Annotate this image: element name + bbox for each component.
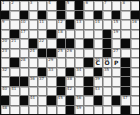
filled-letter: O: [103, 58, 111, 67]
white-cell[interactable]: 8: [121, 1, 129, 10]
clue-number: 17: [21, 30, 26, 34]
white-cell[interactable]: 16: [131, 20, 139, 29]
white-cell[interactable]: [75, 39, 83, 48]
clue-number: 18: [58, 30, 63, 34]
white-cell[interactable]: [131, 58, 139, 67]
black-cell: [94, 11, 102, 20]
white-cell[interactable]: [20, 106, 28, 115]
white-cell[interactable]: [75, 49, 83, 58]
white-cell[interactable]: [103, 11, 111, 20]
black-cell: [121, 87, 129, 96]
black-cell: [10, 58, 18, 67]
white-cell[interactable]: [103, 106, 111, 115]
black-cell: [103, 30, 111, 39]
black-cell: [75, 1, 83, 10]
clue-number: 45: [58, 96, 63, 100]
white-cell[interactable]: [29, 87, 37, 96]
white-cell[interactable]: [131, 87, 139, 96]
black-cell: [121, 77, 129, 86]
black-cell: [57, 39, 65, 48]
white-cell[interactable]: [47, 39, 55, 48]
white-cell[interactable]: 18: [57, 30, 65, 39]
white-cell[interactable]: [103, 77, 111, 86]
clue-number: 27: [113, 49, 118, 53]
white-cell[interactable]: [103, 96, 111, 105]
black-cell: [84, 87, 92, 96]
white-cell[interactable]: [112, 77, 120, 86]
black-cell: [103, 39, 111, 48]
white-cell[interactable]: 27: [112, 49, 120, 58]
clue-number: 14: [95, 20, 100, 24]
clue-number: 6: [85, 1, 88, 5]
white-cell[interactable]: [84, 11, 92, 20]
black-cell: [10, 77, 18, 86]
black-cell: [38, 49, 46, 58]
clue-number: 23: [2, 49, 7, 53]
clue-number: 41: [11, 87, 16, 91]
white-cell[interactable]: 36: [29, 77, 37, 86]
white-cell[interactable]: 48: [1, 106, 9, 115]
clue-number: 2: [11, 1, 14, 5]
white-cell[interactable]: [84, 96, 92, 105]
white-cell[interactable]: [20, 39, 28, 48]
black-cell: [1, 11, 9, 20]
black-cell: [1, 96, 9, 105]
white-cell[interactable]: 23: [1, 49, 9, 58]
white-cell[interactable]: [131, 106, 139, 115]
black-cell: [20, 77, 28, 86]
white-cell[interactable]: 34: [75, 68, 83, 77]
clue-number: 1: [2, 1, 5, 5]
white-cell[interactable]: [84, 49, 92, 58]
white-cell[interactable]: [75, 30, 83, 39]
white-cell[interactable]: [38, 106, 46, 115]
white-cell[interactable]: [29, 11, 37, 20]
white-cell[interactable]: [112, 87, 120, 96]
black-cell: [57, 77, 65, 86]
black-cell: [121, 58, 129, 67]
clue-number: 35: [104, 68, 109, 72]
white-cell[interactable]: 22: [38, 39, 46, 48]
white-cell[interactable]: 17: [20, 30, 28, 39]
clue-number: 39: [95, 77, 100, 81]
black-cell: [121, 106, 129, 115]
black-cell: [121, 68, 129, 77]
black-cell: [38, 68, 46, 77]
clue-number: 15: [113, 20, 118, 24]
white-cell[interactable]: 41: [10, 87, 18, 96]
clue-number: 4: [48, 1, 51, 5]
white-cell[interactable]: [29, 68, 37, 77]
white-cell[interactable]: 46: [75, 96, 83, 105]
clue-number: 47: [122, 96, 127, 100]
white-cell[interactable]: 49: [75, 106, 83, 115]
white-cell[interactable]: [57, 58, 65, 67]
white-cell[interactable]: 24: [29, 49, 37, 58]
white-cell[interactable]: [84, 20, 92, 29]
white-cell[interactable]: [112, 106, 120, 115]
white-cell[interactable]: [112, 1, 120, 10]
clue-number: 20: [2, 39, 7, 43]
white-cell[interactable]: [20, 49, 28, 58]
black-cell: [84, 39, 92, 48]
clue-number: 24: [30, 49, 35, 53]
clue-number: 49: [76, 106, 81, 110]
white-cell[interactable]: [47, 106, 55, 115]
black-cell: [75, 11, 83, 20]
white-cell[interactable]: [75, 77, 83, 86]
clue-number: 11: [39, 20, 44, 24]
clue-number: 46: [76, 96, 81, 100]
black-cell: [10, 30, 18, 39]
white-cell[interactable]: [20, 1, 28, 10]
white-cell[interactable]: [1, 77, 9, 86]
white-cell[interactable]: [10, 20, 18, 29]
black-cell: [47, 30, 55, 39]
white-cell[interactable]: 33: [47, 68, 55, 77]
white-cell[interactable]: [94, 1, 102, 10]
clue-number: 3: [30, 1, 33, 5]
clue-number: 12: [58, 20, 63, 24]
black-cell: [47, 96, 55, 105]
black-cell: [66, 96, 74, 105]
white-cell[interactable]: [75, 87, 83, 96]
clue-number: 40: [2, 87, 7, 91]
white-cell[interactable]: 29: [47, 58, 55, 67]
black-cell: [131, 11, 139, 20]
white-cell[interactable]: [121, 11, 129, 20]
white-cell[interactable]: 4: [47, 1, 55, 10]
white-cell[interactable]: 37: [38, 77, 46, 86]
white-cell[interactable]: [131, 68, 139, 77]
clue-number: 37: [39, 77, 44, 81]
white-cell[interactable]: [94, 49, 102, 58]
clue-number: 9: [2, 20, 5, 24]
white-cell[interactable]: 39: [94, 77, 102, 86]
white-cell[interactable]: 7: [103, 1, 111, 10]
white-cell[interactable]: [103, 20, 111, 29]
white-cell[interactable]: [131, 96, 139, 105]
white-cell[interactable]: [57, 106, 65, 115]
black-cell: [57, 11, 65, 20]
white-cell[interactable]: [20, 87, 28, 96]
white-cell[interactable]: [38, 58, 46, 67]
clue-number: 25: [58, 49, 63, 53]
clue-number: 16: [132, 20, 137, 24]
white-cell[interactable]: 31O: [103, 58, 111, 67]
white-cell[interactable]: [29, 58, 37, 67]
white-cell[interactable]: [75, 58, 83, 67]
white-cell[interactable]: 21: [10, 39, 18, 48]
white-cell[interactable]: [84, 106, 92, 115]
black-cell: [94, 68, 102, 77]
white-cell[interactable]: 26: [66, 49, 74, 58]
white-cell[interactable]: 14: [94, 20, 102, 29]
white-cell[interactable]: 5: [66, 1, 74, 10]
black-cell: [47, 49, 55, 58]
white-cell[interactable]: [121, 20, 129, 29]
white-cell[interactable]: 44: [29, 96, 37, 105]
white-cell[interactable]: [10, 106, 18, 115]
white-cell[interactable]: [103, 87, 111, 96]
white-cell[interactable]: 20: [1, 39, 9, 48]
white-cell[interactable]: 12: [57, 20, 65, 29]
black-cell: [84, 58, 92, 67]
white-cell[interactable]: [131, 77, 139, 86]
white-cell[interactable]: [121, 30, 129, 39]
white-cell[interactable]: [94, 39, 102, 48]
white-cell[interactable]: [29, 30, 37, 39]
clue-number: 21: [11, 39, 16, 43]
white-cell[interactable]: 30C: [94, 58, 102, 67]
white-cell[interactable]: [94, 106, 102, 115]
black-cell: [57, 87, 65, 96]
white-cell[interactable]: [10, 96, 18, 105]
filled-letter: P: [112, 58, 120, 67]
clue-number: 48: [2, 106, 7, 110]
white-cell[interactable]: [47, 77, 55, 86]
white-cell[interactable]: [94, 30, 102, 39]
clue-number: 38: [67, 77, 72, 81]
black-cell: [103, 49, 111, 58]
white-cell[interactable]: [112, 68, 120, 77]
white-cell[interactable]: [131, 49, 139, 58]
black-cell: [121, 39, 129, 48]
black-cell: [20, 96, 28, 105]
black-cell: [112, 11, 120, 20]
black-cell: [112, 96, 120, 105]
white-cell[interactable]: 1: [1, 1, 9, 10]
black-cell: [94, 96, 102, 105]
white-cell[interactable]: [131, 1, 139, 10]
clue-number: 10: [21, 20, 26, 24]
white-cell[interactable]: [121, 49, 129, 58]
white-cell[interactable]: 6: [84, 1, 92, 10]
black-cell: [66, 106, 74, 115]
white-cell[interactable]: 45: [57, 96, 65, 105]
black-cell: [66, 68, 74, 77]
white-cell[interactable]: [29, 106, 37, 115]
white-cell[interactable]: 11: [38, 20, 46, 29]
white-cell[interactable]: [38, 87, 46, 96]
clue-number: 26: [67, 49, 72, 53]
clue-number: 29: [48, 58, 53, 62]
white-cell[interactable]: 2: [10, 1, 18, 10]
white-cell[interactable]: 19: [112, 30, 120, 39]
white-cell[interactable]: [66, 58, 74, 67]
clue-number: 44: [30, 96, 35, 100]
clue-number: 22: [39, 39, 44, 43]
white-cell[interactable]: [10, 11, 18, 20]
white-cell[interactable]: [47, 87, 55, 96]
white-cell[interactable]: [10, 49, 18, 58]
white-cell[interactable]: 15: [112, 20, 120, 29]
black-cell: [20, 11, 28, 20]
white-cell[interactable]: [38, 96, 46, 105]
black-cell: [38, 11, 46, 20]
clue-number: 33: [48, 68, 53, 72]
clue-number: 36: [30, 77, 35, 81]
white-cell[interactable]: 43: [94, 87, 102, 96]
white-cell[interactable]: 35: [103, 68, 111, 77]
white-cell[interactable]: [47, 11, 55, 20]
white-cell[interactable]: 42: [66, 87, 74, 96]
clue-number: 5: [67, 1, 70, 5]
clue-number: 19: [113, 30, 118, 34]
black-cell: [66, 20, 74, 29]
white-cell[interactable]: 3: [29, 1, 37, 10]
white-cell[interactable]: [66, 11, 74, 20]
white-cell[interactable]: 38: [66, 77, 74, 86]
black-cell: [66, 39, 74, 48]
clue-number: 28: [21, 58, 26, 62]
white-cell[interactable]: 40: [1, 87, 9, 96]
black-cell: [84, 77, 92, 86]
white-cell[interactable]: 28: [20, 58, 28, 67]
white-cell[interactable]: 25: [57, 49, 65, 58]
white-cell[interactable]: [84, 30, 92, 39]
white-cell[interactable]: 9: [1, 20, 9, 29]
white-cell[interactable]: [47, 20, 55, 29]
clue-number: 34: [76, 68, 81, 72]
white-cell[interactable]: [29, 20, 37, 29]
white-cell[interactable]: [84, 68, 92, 77]
white-cell[interactable]: [1, 58, 9, 67]
crossword-grid: 1234567891011121314151617181920212223242…: [0, 0, 140, 115]
white-cell[interactable]: [66, 30, 74, 39]
clue-number: 8: [122, 1, 125, 5]
clue-number: 32: [2, 68, 7, 72]
clue-number: 42: [67, 87, 72, 91]
white-cell[interactable]: 10: [20, 20, 28, 29]
filled-letter: C: [94, 58, 102, 67]
white-cell[interactable]: [10, 68, 18, 77]
clue-number: 13: [76, 20, 81, 24]
clue-number: 43: [95, 87, 100, 91]
black-cell: [29, 39, 37, 48]
white-cell[interactable]: [112, 39, 120, 48]
white-cell[interactable]: [57, 68, 65, 77]
white-cell[interactable]: [131, 30, 139, 39]
white-cell[interactable]: [131, 39, 139, 48]
white-cell[interactable]: 13: [75, 20, 83, 29]
white-cell[interactable]: [38, 30, 46, 39]
white-cell[interactable]: 32: [1, 68, 9, 77]
white-cell[interactable]: [1, 30, 9, 39]
white-cell[interactable]: [38, 1, 46, 10]
white-cell[interactable]: 47: [121, 96, 129, 105]
white-cell[interactable]: [20, 68, 28, 77]
black-cell: [57, 1, 65, 10]
white-cell[interactable]: P: [112, 58, 120, 67]
clue-number: 7: [104, 1, 107, 5]
